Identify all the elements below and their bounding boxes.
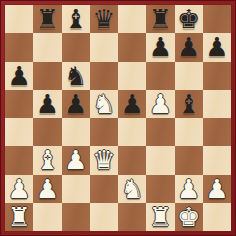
square-d5[interactable]: ♞ bbox=[90, 90, 118, 118]
square-c4[interactable] bbox=[62, 118, 90, 146]
square-c3[interactable]: ♟ bbox=[62, 146, 90, 174]
square-c2[interactable] bbox=[62, 175, 90, 203]
square-a1[interactable]: ♜ bbox=[5, 203, 33, 231]
square-d6[interactable] bbox=[90, 62, 118, 90]
black-bishop-piece[interactable]: ♝ bbox=[177, 91, 200, 117]
square-f2[interactable] bbox=[146, 175, 174, 203]
square-d8[interactable]: ♛ bbox=[90, 5, 118, 33]
square-h1[interactable] bbox=[203, 203, 231, 231]
square-a6[interactable]: ♟ bbox=[5, 62, 33, 90]
square-g1[interactable]: ♚ bbox=[175, 203, 203, 231]
square-e1[interactable] bbox=[118, 203, 146, 231]
black-pawn-piece[interactable]: ♟ bbox=[64, 91, 87, 117]
white-pawn-piece[interactable]: ♟ bbox=[36, 176, 59, 202]
square-g4[interactable] bbox=[175, 118, 203, 146]
black-knight-piece[interactable]: ♞ bbox=[64, 63, 87, 89]
white-knight-piece[interactable]: ♞ bbox=[92, 91, 115, 117]
square-f3[interactable] bbox=[146, 146, 174, 174]
black-pawn-piece[interactable]: ♟ bbox=[36, 91, 59, 117]
square-e6[interactable] bbox=[118, 62, 146, 90]
square-b1[interactable] bbox=[33, 203, 61, 231]
square-f1[interactable]: ♜ bbox=[146, 203, 174, 231]
square-g5[interactable]: ♝ bbox=[175, 90, 203, 118]
square-f4[interactable] bbox=[146, 118, 174, 146]
square-h7[interactable]: ♟ bbox=[203, 33, 231, 61]
black-bishop-piece[interactable]: ♝ bbox=[64, 6, 87, 32]
white-pawn-piece[interactable]: ♟ bbox=[205, 176, 228, 202]
square-d7[interactable] bbox=[90, 33, 118, 61]
black-rook-piece[interactable]: ♜ bbox=[36, 6, 59, 32]
white-pawn-piece[interactable]: ♟ bbox=[7, 176, 30, 202]
square-e4[interactable] bbox=[118, 118, 146, 146]
black-rook-piece[interactable]: ♜ bbox=[149, 6, 172, 32]
square-e5[interactable]: ♟ bbox=[118, 90, 146, 118]
square-a2[interactable]: ♟ bbox=[5, 175, 33, 203]
white-pawn-piece[interactable]: ♟ bbox=[177, 176, 200, 202]
square-b3[interactable]: ♝ bbox=[33, 146, 61, 174]
square-b8[interactable]: ♜ bbox=[33, 5, 61, 33]
square-e7[interactable] bbox=[118, 33, 146, 61]
square-d2[interactable] bbox=[90, 175, 118, 203]
square-h4[interactable] bbox=[203, 118, 231, 146]
square-a8[interactable] bbox=[5, 5, 33, 33]
square-c8[interactable]: ♝ bbox=[62, 5, 90, 33]
square-b6[interactable] bbox=[33, 62, 61, 90]
board-frame: ♜♝♛♜♚♟♟♟♟♞♟♟♞♟♟♝♝♟♛♟♟♞♟♟♜♜♚ bbox=[0, 0, 236, 236]
square-b2[interactable]: ♟ bbox=[33, 175, 61, 203]
square-a4[interactable] bbox=[5, 118, 33, 146]
square-a5[interactable] bbox=[5, 90, 33, 118]
square-h3[interactable] bbox=[203, 146, 231, 174]
square-d4[interactable] bbox=[90, 118, 118, 146]
square-f8[interactable]: ♜ bbox=[146, 5, 174, 33]
white-pawn-piece[interactable]: ♟ bbox=[149, 91, 172, 117]
square-g6[interactable] bbox=[175, 62, 203, 90]
square-g3[interactable] bbox=[175, 146, 203, 174]
black-pawn-piece[interactable]: ♟ bbox=[7, 63, 30, 89]
black-pawn-piece[interactable]: ♟ bbox=[205, 34, 228, 60]
square-b7[interactable] bbox=[33, 33, 61, 61]
square-b5[interactable]: ♟ bbox=[33, 90, 61, 118]
black-pawn-piece[interactable]: ♟ bbox=[149, 34, 172, 60]
white-rook-piece[interactable]: ♜ bbox=[149, 204, 172, 230]
square-c6[interactable]: ♞ bbox=[62, 62, 90, 90]
white-king-piece[interactable]: ♚ bbox=[177, 204, 200, 230]
square-a7[interactable] bbox=[5, 33, 33, 61]
square-c5[interactable]: ♟ bbox=[62, 90, 90, 118]
square-f5[interactable]: ♟ bbox=[146, 90, 174, 118]
white-bishop-piece[interactable]: ♝ bbox=[36, 147, 59, 173]
chess-board: ♜♝♛♜♚♟♟♟♟♞♟♟♞♟♟♝♝♟♛♟♟♞♟♟♜♜♚ bbox=[5, 5, 231, 231]
square-g2[interactable]: ♟ bbox=[175, 175, 203, 203]
square-h2[interactable]: ♟ bbox=[203, 175, 231, 203]
square-g8[interactable]: ♚ bbox=[175, 5, 203, 33]
square-f6[interactable] bbox=[146, 62, 174, 90]
square-d1[interactable] bbox=[90, 203, 118, 231]
black-pawn-piece[interactable]: ♟ bbox=[177, 34, 200, 60]
square-h6[interactable] bbox=[203, 62, 231, 90]
square-d3[interactable]: ♛ bbox=[90, 146, 118, 174]
square-e3[interactable] bbox=[118, 146, 146, 174]
square-c7[interactable] bbox=[62, 33, 90, 61]
black-pawn-piece[interactable]: ♟ bbox=[120, 91, 143, 117]
square-b4[interactable] bbox=[33, 118, 61, 146]
square-h5[interactable] bbox=[203, 90, 231, 118]
square-h8[interactable] bbox=[203, 5, 231, 33]
white-pawn-piece[interactable]: ♟ bbox=[64, 147, 87, 173]
white-queen-piece[interactable]: ♛ bbox=[92, 147, 115, 173]
black-king-piece[interactable]: ♚ bbox=[177, 6, 200, 32]
square-e2[interactable]: ♞ bbox=[118, 175, 146, 203]
square-e8[interactable] bbox=[118, 5, 146, 33]
white-knight-piece[interactable]: ♞ bbox=[120, 176, 143, 202]
black-queen-piece[interactable]: ♛ bbox=[92, 6, 115, 32]
square-c1[interactable] bbox=[62, 203, 90, 231]
square-a3[interactable] bbox=[5, 146, 33, 174]
white-rook-piece[interactable]: ♜ bbox=[7, 204, 30, 230]
square-g7[interactable]: ♟ bbox=[175, 33, 203, 61]
square-f7[interactable]: ♟ bbox=[146, 33, 174, 61]
